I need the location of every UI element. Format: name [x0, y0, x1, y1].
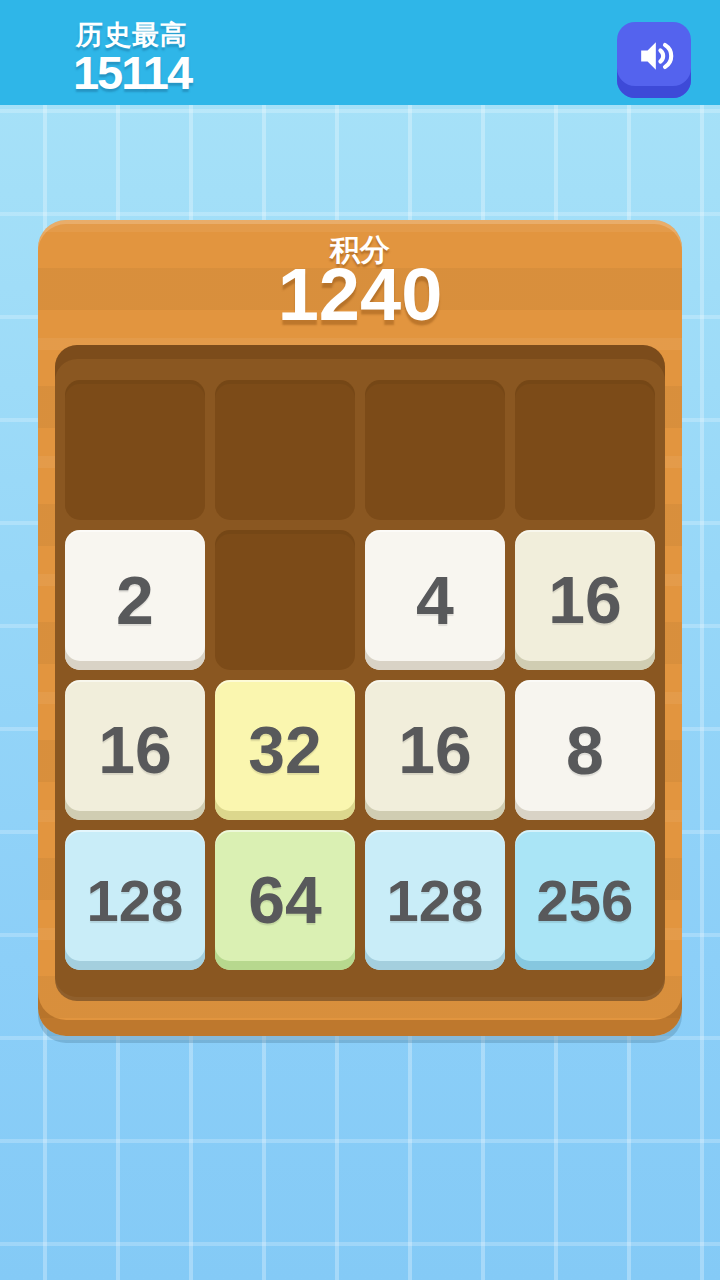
game-board[interactable]: 积分 1240 2416163216812864128256 [38, 220, 682, 1036]
score-value: 1240 [38, 252, 682, 337]
cell-empty [65, 380, 205, 520]
sound-button[interactable] [617, 22, 691, 98]
game-screen: 历史最高 15114 积分 1240 241616321681286412825… [0, 0, 720, 1280]
cell-tile-8: 8 [515, 680, 655, 820]
cell-tile-256: 256 [515, 830, 655, 970]
tile-32: 32 [215, 680, 355, 820]
cell-tile-32: 32 [215, 680, 355, 820]
cell-empty [515, 380, 655, 520]
cell-empty [215, 380, 355, 520]
cell-tile-16: 16 [65, 680, 205, 820]
tile-grid[interactable]: 2416163216812864128256 [55, 345, 665, 1001]
tile-8: 8 [515, 680, 655, 820]
cell-empty [365, 380, 505, 520]
top-bar: 历史最高 15114 [0, 0, 720, 105]
tile-64: 64 [215, 830, 355, 970]
tile-256: 256 [515, 830, 655, 970]
best-score-block: 历史最高 15114 [62, 20, 202, 96]
tile-128: 128 [65, 830, 205, 970]
tile-128: 128 [365, 830, 505, 970]
speaker-on-icon [632, 34, 676, 78]
tile-16: 16 [515, 530, 655, 670]
cell-tile-128: 128 [65, 830, 205, 970]
cell-empty [215, 530, 355, 670]
cell-tile-4: 4 [365, 530, 505, 670]
cell-tile-16: 16 [365, 680, 505, 820]
cell-tile-128: 128 [365, 830, 505, 970]
cell-tile-2: 2 [65, 530, 205, 670]
tile-4: 4 [365, 530, 505, 670]
tile-2: 2 [65, 530, 205, 670]
best-score-value: 15114 [62, 50, 202, 96]
cell-tile-64: 64 [215, 830, 355, 970]
cell-tile-16: 16 [515, 530, 655, 670]
tile-16: 16 [65, 680, 205, 820]
tile-16: 16 [365, 680, 505, 820]
